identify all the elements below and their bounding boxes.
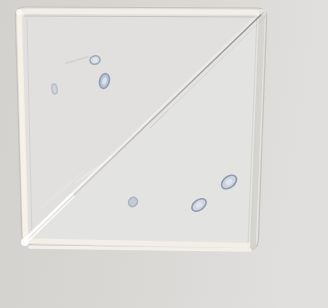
photo-frame [0, 0, 328, 308]
top-right-corner-glint [260, 9, 266, 15]
top-left-corner-glint [16, 9, 22, 15]
specimen-1 [51, 84, 58, 95]
photo-scene [0, 0, 328, 308]
bottom-left-corner-glint [21, 238, 29, 246]
